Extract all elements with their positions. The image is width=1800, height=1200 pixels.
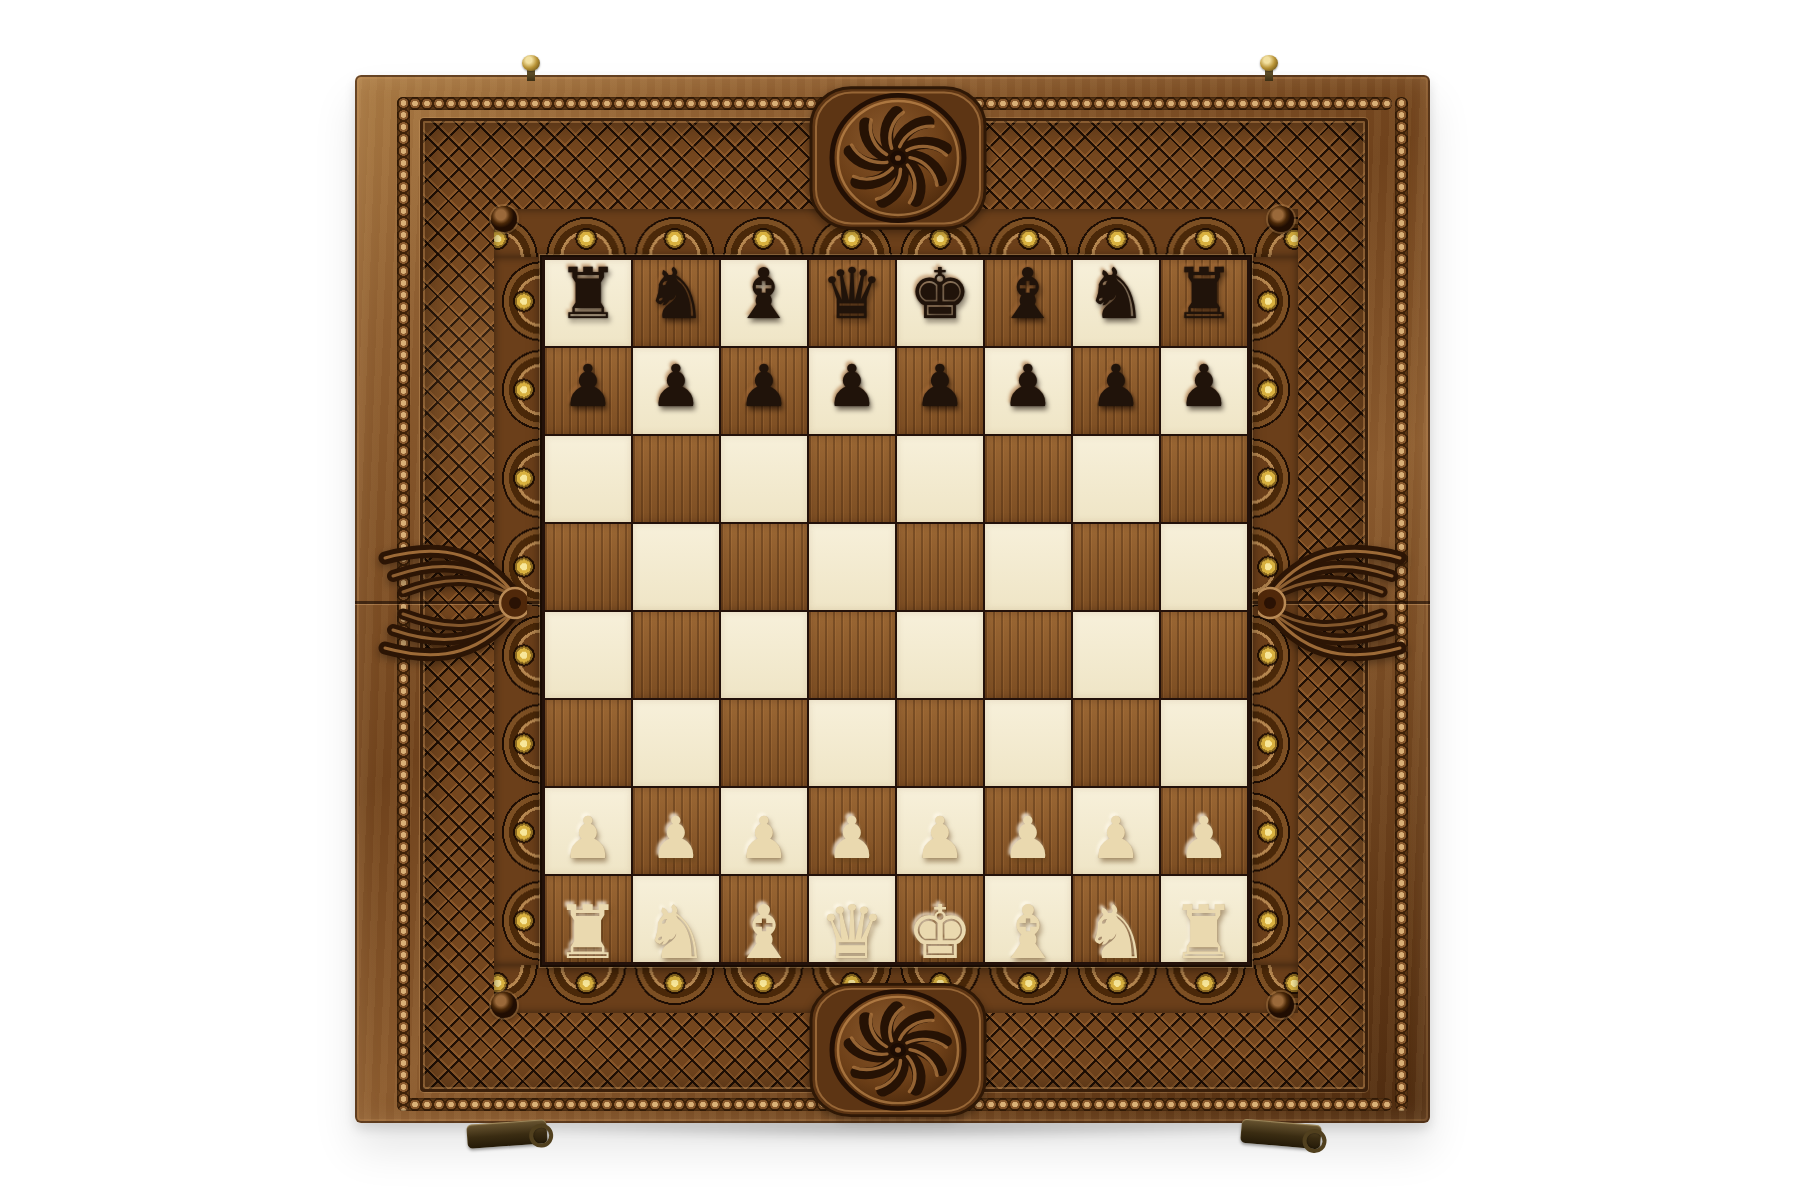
square-f8[interactable]: ♝ [985,260,1071,346]
piece-dark-knight[interactable]: ♞ [1085,259,1148,329]
chess-board[interactable]: ♜♞♝♛♚♝♞♜♟♟♟♟♟♟♟♟♟♟♟♟♟♟♟♟♜♞♝♛♚♝♞♜ [542,257,1250,965]
square-f4[interactable] [985,612,1071,698]
piece-dark-pawn[interactable]: ♟ [914,357,966,415]
square-b3[interactable] [633,700,719,786]
piece-dark-pawn[interactable]: ♟ [562,357,614,415]
square-e3[interactable] [897,700,983,786]
square-g7[interactable]: ♟ [1073,348,1159,434]
square-g1[interactable]: ♞ [1073,876,1159,962]
square-h8[interactable]: ♜ [1161,260,1247,346]
square-h1[interactable]: ♜ [1161,876,1247,962]
square-d3[interactable] [809,700,895,786]
square-d7[interactable]: ♟ [809,348,895,434]
square-d4[interactable] [809,612,895,698]
square-c7[interactable]: ♟ [721,348,807,434]
square-b8[interactable]: ♞ [633,260,719,346]
square-b7[interactable]: ♟ [633,348,719,434]
square-d8[interactable]: ♛ [809,260,895,346]
piece-light-pawn[interactable]: ♟ [1090,809,1142,867]
square-c1[interactable]: ♝ [721,876,807,962]
piece-dark-rook[interactable]: ♜ [1173,259,1236,329]
square-c2[interactable]: ♟ [721,788,807,874]
square-e1[interactable]: ♚ [897,876,983,962]
piece-dark-queen[interactable]: ♛ [821,259,884,329]
square-c4[interactable] [721,612,807,698]
piece-dark-rook[interactable]: ♜ [557,259,620,329]
square-b2[interactable]: ♟ [633,788,719,874]
hinge-left-icon [520,55,542,81]
square-g6[interactable] [1073,436,1159,522]
piece-light-pawn[interactable]: ♟ [562,809,614,867]
square-h7[interactable]: ♟ [1161,348,1247,434]
corner-scroll-icon [491,206,517,232]
piece-light-pawn[interactable]: ♟ [1178,809,1230,867]
square-b4[interactable] [633,612,719,698]
square-a3[interactable] [545,700,631,786]
piece-light-pawn[interactable]: ♟ [738,809,790,867]
piece-light-knight[interactable]: ♞ [643,895,709,969]
square-a2[interactable]: ♟ [545,788,631,874]
square-a5[interactable] [545,524,631,610]
product-photo-scene: ♜♞♝♛♚♝♞♜♟♟♟♟♟♟♟♟♟♟♟♟♟♟♟♟♜♞♝♛♚♝♞♜ [0,0,1800,1200]
spiral-rosette-bottom-icon [805,980,991,1120]
square-g2[interactable]: ♟ [1073,788,1159,874]
piece-dark-pawn[interactable]: ♟ [826,357,878,415]
square-f3[interactable] [985,700,1071,786]
square-b6[interactable] [633,436,719,522]
piece-dark-bishop[interactable]: ♝ [733,259,796,329]
piece-dark-pawn[interactable]: ♟ [1090,357,1142,415]
piece-light-pawn[interactable]: ♟ [826,809,878,867]
square-g3[interactable] [1073,700,1159,786]
square-f1[interactable]: ♝ [985,876,1071,962]
square-a7[interactable]: ♟ [545,348,631,434]
square-f7[interactable]: ♟ [985,348,1071,434]
square-d2[interactable]: ♟ [809,788,895,874]
square-a4[interactable] [545,612,631,698]
square-e8[interactable]: ♚ [897,260,983,346]
piece-dark-pawn[interactable]: ♟ [738,357,790,415]
square-a6[interactable] [545,436,631,522]
carved-chess-box: ♜♞♝♛♚♝♞♜♟♟♟♟♟♟♟♟♟♟♟♟♟♟♟♟♜♞♝♛♚♝♞♜ [355,75,1430,1123]
square-e6[interactable] [897,436,983,522]
clasp-left-icon [466,1119,547,1149]
piece-light-pawn[interactable]: ♟ [914,809,966,867]
spiral-rosette-top-icon [805,83,991,233]
piece-light-queen[interactable]: ♛ [819,895,885,969]
square-h5[interactable] [1161,524,1247,610]
square-e5[interactable] [897,524,983,610]
piece-light-pawn[interactable]: ♟ [1002,809,1054,867]
square-f2[interactable]: ♟ [985,788,1071,874]
piece-light-bishop[interactable]: ♝ [995,895,1061,969]
hinge-right-icon [1258,55,1280,81]
square-c5[interactable] [721,524,807,610]
corner-scroll-icon [1268,206,1294,232]
square-c3[interactable] [721,700,807,786]
square-f6[interactable] [985,436,1071,522]
piece-light-pawn[interactable]: ♟ [650,809,702,867]
piece-light-bishop[interactable]: ♝ [731,895,797,969]
square-a1[interactable]: ♜ [545,876,631,962]
piece-dark-pawn[interactable]: ♟ [1178,357,1230,415]
piece-light-knight[interactable]: ♞ [1083,895,1149,969]
square-e7[interactable]: ♟ [897,348,983,434]
square-g4[interactable] [1073,612,1159,698]
square-h2[interactable]: ♟ [1161,788,1247,874]
acanthus-fan-right-icon [1258,518,1418,688]
piece-dark-pawn[interactable]: ♟ [1002,357,1054,415]
square-d1[interactable]: ♛ [809,876,895,962]
acanthus-fan-left-icon [367,518,527,688]
square-c6[interactable] [721,436,807,522]
piece-dark-bishop[interactable]: ♝ [997,259,1060,329]
corner-scroll-icon [491,992,517,1018]
piece-dark-pawn[interactable]: ♟ [650,357,702,415]
square-g5[interactable] [1073,524,1159,610]
piece-light-rook[interactable]: ♜ [555,895,621,969]
square-b1[interactable]: ♞ [633,876,719,962]
piece-dark-knight[interactable]: ♞ [645,259,708,329]
square-a8[interactable]: ♜ [545,260,631,346]
square-h3[interactable] [1161,700,1247,786]
square-b5[interactable] [633,524,719,610]
square-d6[interactable] [809,436,895,522]
square-e4[interactable] [897,612,983,698]
square-d5[interactable] [809,524,895,610]
piece-light-king[interactable]: ♚ [907,895,973,969]
square-c8[interactable]: ♝ [721,260,807,346]
square-f5[interactable] [985,524,1071,610]
corner-scroll-icon [1268,992,1294,1018]
piece-dark-king[interactable]: ♚ [909,259,972,329]
square-e2[interactable]: ♟ [897,788,983,874]
square-h4[interactable] [1161,612,1247,698]
square-g8[interactable]: ♞ [1073,260,1159,346]
piece-light-rook[interactable]: ♜ [1171,895,1237,969]
square-h6[interactable] [1161,436,1247,522]
